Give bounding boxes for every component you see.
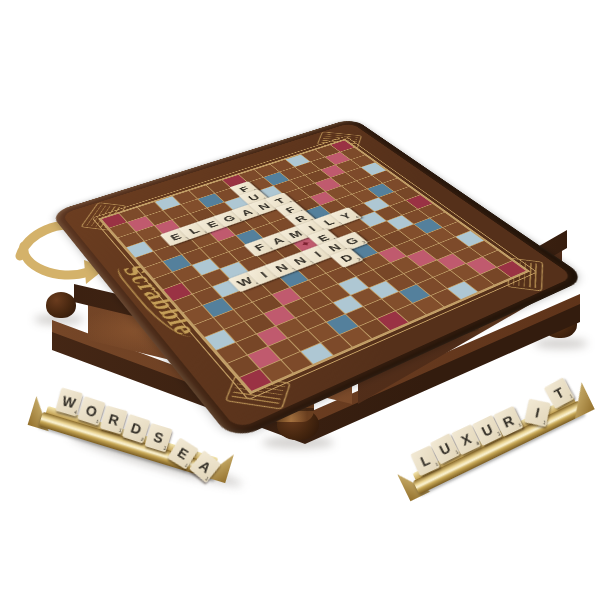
tile-letter: I [306,224,317,232]
tile-letter: W [61,393,77,410]
tile-value: 4 [73,409,77,415]
tile-letter: R [107,412,121,428]
tile-letter: I [312,250,324,259]
tile-value: 1 [162,445,166,451]
tile-letter: S [152,430,165,446]
tile-letter: A [269,235,286,245]
tile-value: 2 [357,257,363,261]
tile-letter: E [204,219,219,229]
tile-letter: E [175,445,190,462]
tile-value: 2 [362,241,368,245]
tile-value: 1 [204,476,209,482]
tile-value: 1 [568,393,573,399]
tile-letter: F [252,242,267,252]
tile-value: 1 [118,427,122,433]
bun-foot [46,292,76,318]
tile-rack-right: L1U1X8U1R1I1T1 [402,364,600,533]
product-photo-scrabble-luxury: Scrabble Scrabble ✦F4U1E1L1E1G2A1N1T1F4R… [0,0,600,600]
tile-letter: X [459,431,473,448]
tile-letter: A [197,458,214,475]
tile-value: 1 [95,418,99,424]
tile-value: 4 [355,216,360,219]
tile-value: 2 [140,436,144,442]
tile-letter: D [129,420,143,437]
tile-letter: R [501,413,516,430]
tile-letter: L [321,217,336,226]
tile-value: 1 [542,420,546,426]
tile-letter: Y [337,211,353,220]
tile-value: 8 [475,441,480,447]
tile-letter: T [552,385,566,401]
tile-letter: L [187,226,202,236]
tile-letter: U [480,422,495,439]
tile-value: 1 [517,422,522,428]
tile-letter: E [168,232,183,242]
tile-letter: O [84,403,99,420]
scrabble-board: Scrabble ✦F4U1E1L1E1G2A1N1T1F4R1F4A1M3I1… [50,118,588,441]
tile-letter: U [437,440,452,457]
tile-letter: D [338,252,356,263]
tile-letter: L [418,453,432,469]
tile-letter: G [343,236,361,247]
tile-letter: I [258,270,270,279]
tile-letter: I [534,405,541,420]
foot-shadow [534,338,588,349]
tile-value: 1 [434,462,439,468]
tile-letter: A [238,207,254,217]
